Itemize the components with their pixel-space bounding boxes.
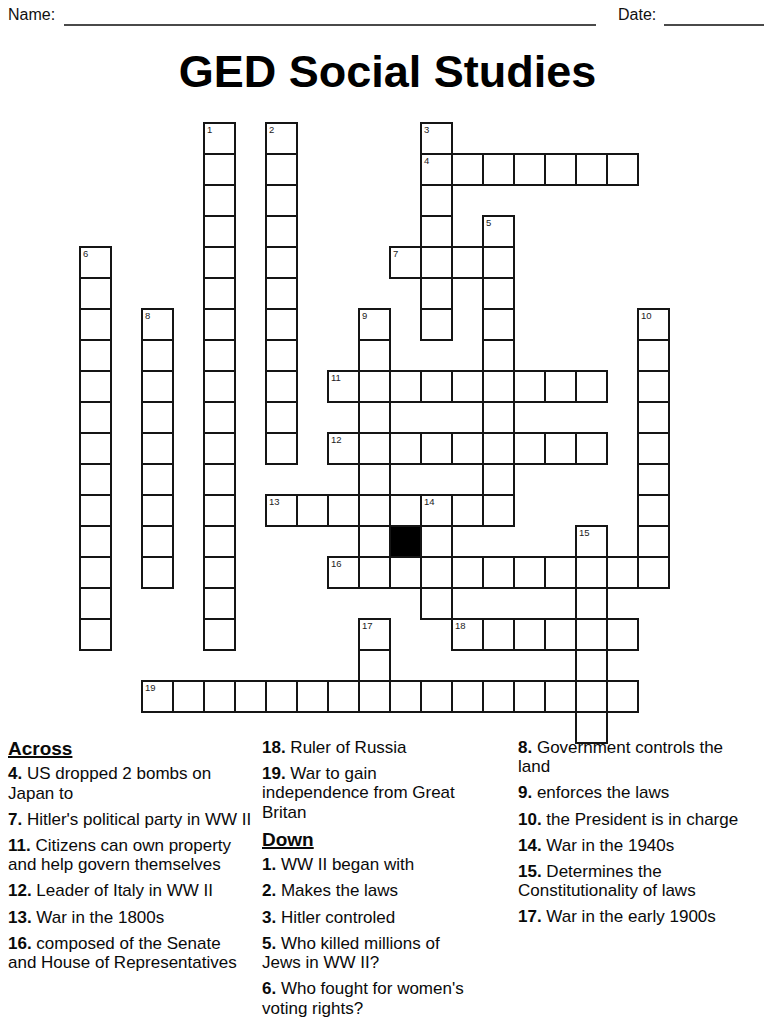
- answer-cell[interactable]: [513, 370, 546, 403]
- answer-cell[interactable]: [420, 432, 453, 465]
- answer-cell[interactable]: [420, 587, 453, 620]
- answer-cell[interactable]: [575, 432, 608, 465]
- answer-cell[interactable]: [389, 370, 422, 403]
- answer-cell[interactable]: [203, 370, 236, 403]
- answer-cell[interactable]: [544, 556, 577, 589]
- answer-cell[interactable]: 2: [265, 122, 298, 155]
- cell-number: 18: [455, 620, 466, 631]
- answer-cell[interactable]: 11: [327, 370, 360, 403]
- answer-cell[interactable]: [358, 463, 391, 496]
- answer-cell[interactable]: 10: [637, 308, 670, 341]
- answer-cell[interactable]: [482, 618, 515, 651]
- clue-column-3: 8. Government controls the land9. enforc…: [518, 738, 744, 934]
- cell-number: 17: [362, 620, 373, 631]
- answer-cell[interactable]: 9: [358, 308, 391, 341]
- answer-cell[interactable]: [420, 680, 453, 713]
- answer-cell[interactable]: [420, 370, 453, 403]
- cell-number: 15: [579, 527, 590, 538]
- cell-number: 19: [145, 682, 156, 693]
- clue-number: 17.: [518, 907, 546, 926]
- answer-cell[interactable]: [606, 618, 639, 651]
- answer-cell[interactable]: [451, 370, 484, 403]
- answer-cell[interactable]: [482, 308, 515, 341]
- answer-cell[interactable]: [482, 339, 515, 372]
- answer-cell[interactable]: [79, 370, 112, 403]
- answer-cell[interactable]: [420, 184, 453, 217]
- answer-cell[interactable]: [575, 153, 608, 186]
- clue-number: 4.: [8, 764, 27, 783]
- cell-number: 11: [331, 372, 341, 383]
- answer-cell[interactable]: [203, 401, 236, 434]
- cell-number: 14: [424, 496, 435, 507]
- clue-number: 5.: [262, 934, 281, 953]
- clue-down-14: 14. War in the 1940s: [518, 836, 744, 855]
- answer-cell[interactable]: [234, 680, 267, 713]
- answer-cell[interactable]: [513, 153, 546, 186]
- answer-cell[interactable]: [358, 556, 391, 589]
- answer-cell[interactable]: [203, 184, 236, 217]
- answer-cell[interactable]: [451, 432, 484, 465]
- answer-cell[interactable]: [451, 246, 484, 279]
- answer-cell[interactable]: [637, 370, 670, 403]
- answer-cell[interactable]: [141, 401, 174, 434]
- cell-number: 2: [269, 124, 274, 135]
- answer-cell[interactable]: [358, 339, 391, 372]
- clue-number: 6.: [262, 979, 281, 998]
- clue-column-1: Across4. US dropped 2 bombs on Japan to7…: [8, 738, 252, 979]
- answer-cell[interactable]: [575, 618, 608, 651]
- cell-number: 12: [331, 434, 342, 445]
- answer-cell[interactable]: [79, 432, 112, 465]
- answer-cell[interactable]: [513, 432, 546, 465]
- clue-number: 10.: [518, 810, 546, 829]
- clue-down-9: 9. enforces the laws: [518, 783, 744, 802]
- answer-cell[interactable]: [296, 494, 329, 527]
- answer-cell[interactable]: [358, 649, 391, 682]
- worksheet-page: { "game": "crossword", "title": "GED Soc…: [0, 0, 775, 1028]
- answer-cell[interactable]: [637, 401, 670, 434]
- answer-cell[interactable]: [79, 587, 112, 620]
- clue-number: 8.: [518, 738, 537, 757]
- answer-cell[interactable]: [358, 401, 391, 434]
- cell-number: 5: [486, 217, 491, 228]
- answer-cell[interactable]: [544, 153, 577, 186]
- cell-number: 4: [424, 155, 429, 166]
- answer-cell[interactable]: [79, 618, 112, 651]
- answer-cell[interactable]: [513, 618, 546, 651]
- answer-cell[interactable]: [265, 370, 298, 403]
- clue-number: 2.: [262, 881, 281, 900]
- clue-number: 1.: [262, 855, 281, 874]
- clue-across-16: 16. composed of the Senate and House of …: [8, 934, 252, 972]
- clue-down-17: 17. War in the early 1900s: [518, 907, 744, 926]
- answer-cell[interactable]: 1: [203, 122, 236, 155]
- clue-across-19: 19. War to gain independence from Great …: [262, 764, 478, 822]
- answer-cell[interactable]: [141, 370, 174, 403]
- clue-across-12: 12. Leader of Italy in WW II: [8, 881, 252, 900]
- crossword-grid: 12345678910111213141516171819: [79, 122, 671, 746]
- answer-cell[interactable]: [141, 339, 174, 372]
- clue-number: 13.: [8, 908, 36, 927]
- clue-number: 15.: [518, 862, 546, 881]
- answer-cell[interactable]: [420, 277, 453, 310]
- clue-down-15: 15. Determines the Constitutionality of …: [518, 862, 744, 900]
- answer-cell[interactable]: [389, 432, 422, 465]
- answer-cell[interactable]: [358, 525, 391, 558]
- answer-cell[interactable]: 16: [327, 556, 360, 589]
- clue-number: 19.: [262, 764, 290, 783]
- answer-cell[interactable]: [637, 432, 670, 465]
- answer-cell[interactable]: [265, 680, 298, 713]
- answer-cell[interactable]: [544, 618, 577, 651]
- answer-cell[interactable]: [327, 494, 360, 527]
- clue-column-2: 18. Ruler of Russia19. War to gain indep…: [262, 738, 478, 1025]
- answer-cell[interactable]: [420, 246, 453, 279]
- answer-cell[interactable]: [575, 370, 608, 403]
- cell-number: 10: [641, 310, 652, 321]
- answer-cell[interactable]: 8: [141, 308, 174, 341]
- answer-cell[interactable]: [265, 432, 298, 465]
- answer-cell[interactable]: [203, 680, 236, 713]
- answer-cell[interactable]: [203, 339, 236, 372]
- answer-cell[interactable]: [296, 680, 329, 713]
- answer-cell[interactable]: [79, 277, 112, 310]
- answer-cell[interactable]: [203, 525, 236, 558]
- answer-cell[interactable]: [544, 370, 577, 403]
- answer-cell[interactable]: [513, 556, 546, 589]
- answer-cell[interactable]: [203, 215, 236, 248]
- page-title: GED Social Studies: [0, 46, 775, 98]
- answer-cell[interactable]: [79, 401, 112, 434]
- answer-cell[interactable]: [420, 215, 453, 248]
- answer-cell[interactable]: [637, 494, 670, 527]
- clue-number: 16.: [8, 934, 36, 953]
- answer-cell[interactable]: [79, 556, 112, 589]
- answer-cell[interactable]: [141, 494, 174, 527]
- answer-cell[interactable]: [358, 370, 391, 403]
- answer-cell[interactable]: [451, 153, 484, 186]
- answer-cell[interactable]: [203, 246, 236, 279]
- cell-number: 9: [362, 310, 367, 321]
- answer-cell[interactable]: [265, 153, 298, 186]
- clue-number: 9.: [518, 783, 537, 802]
- clue-across-11: 11. Citizens can own property and help g…: [8, 836, 252, 874]
- answer-cell[interactable]: [265, 401, 298, 434]
- answer-cell[interactable]: [358, 680, 391, 713]
- answer-cell[interactable]: 4: [420, 153, 453, 186]
- clue-across-18: 18. Ruler of Russia: [262, 738, 478, 757]
- clue-down-6: 6. Who fought for women's voting rights?: [262, 979, 478, 1017]
- answer-cell[interactable]: [482, 370, 515, 403]
- clue-down-10: 10. the President is in charge: [518, 810, 744, 829]
- name-label: Name:: [8, 6, 55, 24]
- answer-cell[interactable]: [141, 525, 174, 558]
- clue-number: 11.: [8, 836, 35, 855]
- answer-cell[interactable]: 17: [358, 618, 391, 651]
- across-header: Across: [8, 738, 252, 759]
- answer-cell[interactable]: [265, 308, 298, 341]
- answer-cell[interactable]: [451, 494, 484, 527]
- answer-cell[interactable]: [265, 277, 298, 310]
- answer-cell[interactable]: [389, 556, 422, 589]
- answer-cell[interactable]: [79, 494, 112, 527]
- answer-cell[interactable]: [265, 215, 298, 248]
- answer-cell[interactable]: [141, 432, 174, 465]
- answer-cell[interactable]: [575, 587, 608, 620]
- clue-number: 12.: [8, 881, 36, 900]
- answer-cell[interactable]: [389, 494, 422, 527]
- answer-cell[interactable]: [203, 463, 236, 496]
- date-label: Date:: [618, 6, 656, 24]
- answer-cell[interactable]: [265, 246, 298, 279]
- answer-cell[interactable]: 6: [79, 246, 112, 279]
- blocked-cell: [389, 525, 422, 558]
- answer-cell[interactable]: [203, 618, 236, 651]
- clue-across-7: 7. Hitler's political party in WW II: [8, 810, 252, 829]
- clue-number: 14.: [518, 836, 546, 855]
- answer-cell[interactable]: [606, 153, 639, 186]
- answer-cell[interactable]: [482, 277, 515, 310]
- cell-number: 16: [331, 558, 342, 569]
- answer-cell[interactable]: [79, 463, 112, 496]
- answer-cell[interactable]: 15: [575, 525, 608, 558]
- answer-cell[interactable]: [172, 680, 205, 713]
- clue-down-3: 3. Hitler controled: [262, 908, 478, 927]
- date-input-line[interactable]: [664, 8, 764, 26]
- down-header: Down: [262, 829, 478, 850]
- cell-number: 1: [207, 124, 212, 135]
- clue-number: 7.: [8, 810, 27, 829]
- answer-cell[interactable]: [203, 277, 236, 310]
- answer-cell[interactable]: [482, 463, 515, 496]
- answer-cell[interactable]: [606, 680, 639, 713]
- clue-down-1: 1. WW II began with: [262, 855, 478, 874]
- answer-cell[interactable]: [327, 680, 360, 713]
- name-input-line[interactable]: [64, 8, 596, 26]
- answer-cell[interactable]: [265, 184, 298, 217]
- answer-cell[interactable]: [451, 556, 484, 589]
- cell-number: 6: [83, 248, 88, 259]
- cell-number: 7: [393, 248, 398, 259]
- answer-cell[interactable]: [141, 556, 174, 589]
- answer-cell[interactable]: 7: [389, 246, 422, 279]
- answer-cell[interactable]: [575, 680, 608, 713]
- answer-cell[interactable]: [575, 556, 608, 589]
- answer-cell[interactable]: [203, 587, 236, 620]
- answer-cell[interactable]: [482, 401, 515, 434]
- answer-cell[interactable]: [606, 556, 639, 589]
- answer-cell[interactable]: [482, 432, 515, 465]
- answer-cell[interactable]: [482, 680, 515, 713]
- answer-cell[interactable]: 18: [451, 618, 484, 651]
- clue-number: 18.: [262, 738, 290, 757]
- clue-across-13: 13. War in the 1800s: [8, 908, 252, 927]
- answer-cell[interactable]: [389, 680, 422, 713]
- answer-cell[interactable]: [203, 153, 236, 186]
- answer-cell[interactable]: [482, 246, 515, 279]
- answer-cell[interactable]: [637, 463, 670, 496]
- answer-cell[interactable]: 12: [327, 432, 360, 465]
- clue-down-8: 8. Government controls the land: [518, 738, 744, 776]
- cell-number: 13: [269, 496, 280, 507]
- clue-number: 3.: [262, 908, 281, 927]
- clue-down-5: 5. Who killed millions of Jews in WW II?: [262, 934, 478, 972]
- answer-cell[interactable]: [575, 649, 608, 682]
- answer-cell[interactable]: [79, 308, 112, 341]
- answer-cell[interactable]: [513, 680, 546, 713]
- answer-cell[interactable]: [420, 556, 453, 589]
- answer-cell[interactable]: [637, 525, 670, 558]
- answer-cell[interactable]: [637, 339, 670, 372]
- clue-down-2: 2. Makes the laws: [262, 881, 478, 900]
- answer-cell[interactable]: [141, 463, 174, 496]
- answer-cell[interactable]: 3: [420, 122, 453, 155]
- answer-cell[interactable]: 5: [482, 215, 515, 248]
- clue-across-4: 4. US dropped 2 bombs on Japan to: [8, 764, 252, 802]
- answer-cell[interactable]: [482, 556, 515, 589]
- answer-cell[interactable]: [203, 556, 236, 589]
- answer-cell[interactable]: [203, 494, 236, 527]
- answer-cell[interactable]: [482, 153, 515, 186]
- answer-cell[interactable]: [79, 339, 112, 372]
- answer-cell[interactable]: [265, 339, 298, 372]
- answer-cell[interactable]: [79, 525, 112, 558]
- answer-cell[interactable]: [358, 494, 391, 527]
- cell-number: 3: [424, 124, 429, 135]
- answer-cell[interactable]: [451, 680, 484, 713]
- answer-cell[interactable]: [637, 556, 670, 589]
- answer-cell[interactable]: [203, 308, 236, 341]
- answer-cell[interactable]: [420, 308, 453, 341]
- answer-cell[interactable]: 19: [141, 680, 174, 713]
- answer-cell[interactable]: [358, 432, 391, 465]
- answer-cell[interactable]: 14: [420, 494, 453, 527]
- answer-cell[interactable]: 13: [265, 494, 298, 527]
- answer-cell[interactable]: [203, 432, 236, 465]
- answer-cell[interactable]: [544, 432, 577, 465]
- answer-cell[interactable]: [544, 680, 577, 713]
- answer-cell[interactable]: [420, 525, 453, 558]
- answer-cell[interactable]: [482, 494, 515, 527]
- cell-number: 8: [145, 310, 150, 321]
